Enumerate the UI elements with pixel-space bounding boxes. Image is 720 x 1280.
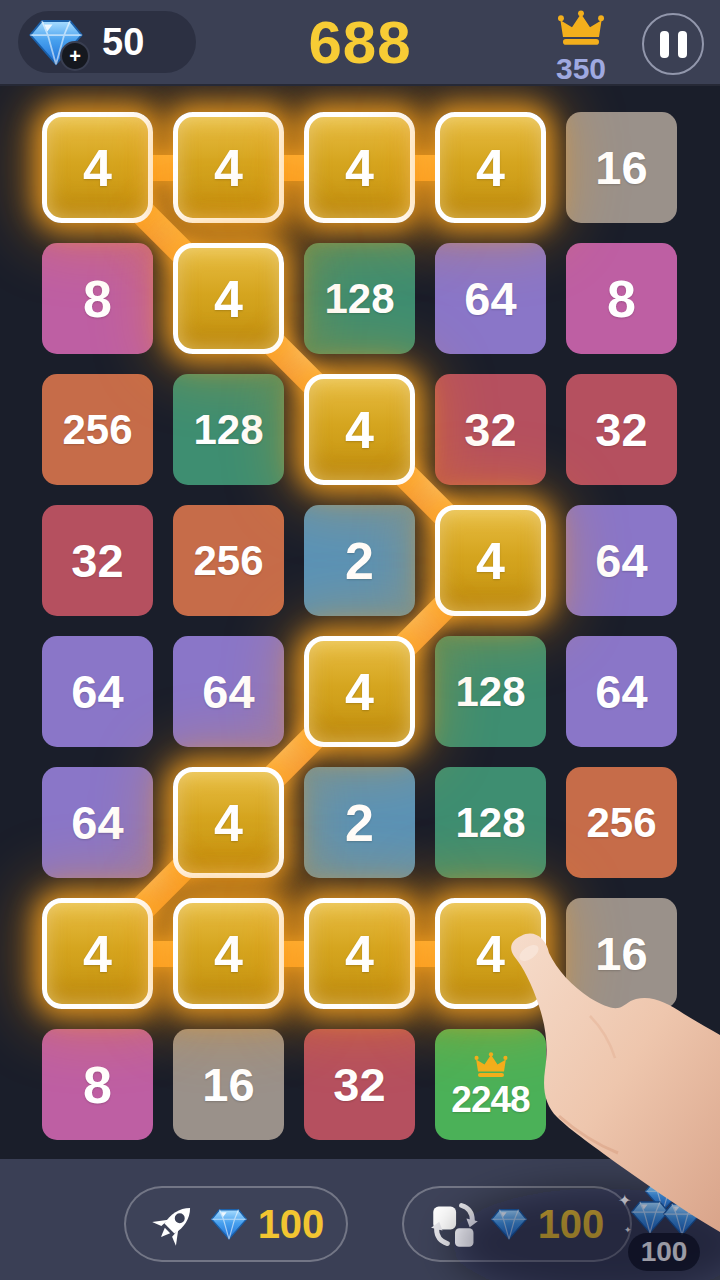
tile-32[interactable]: 32 [435, 374, 546, 485]
tile-value: 4 [476, 142, 505, 194]
crown-score: 350 [534, 10, 628, 86]
tile-4[interactable]: 4 [42, 112, 153, 223]
crown-icon [473, 1052, 509, 1078]
crown-score-value: 350 [534, 52, 628, 86]
tile-value: 64 [464, 275, 516, 322]
tile-value: 64 [202, 668, 254, 715]
swap-icon [430, 1199, 480, 1249]
tile-4[interactable]: 4 [173, 112, 284, 223]
tile-4[interactable]: 4 [304, 636, 415, 747]
tile-32[interactable]: 32 [304, 1029, 415, 1140]
sparkle-icon: ✦ [618, 1191, 631, 1210]
tile-value: 32 [333, 1061, 385, 1108]
tile-value: 16 [202, 1061, 254, 1108]
tile-64[interactable]: 64 [566, 505, 677, 616]
tile-value: 32 [595, 406, 647, 453]
tile-value: 256 [586, 802, 656, 844]
tile-value: 128 [455, 802, 525, 844]
tile-value: 8 [83, 1059, 112, 1111]
tile-value: 8 [607, 273, 636, 325]
tile-32[interactable]: 32 [566, 374, 677, 485]
tile-value: 4 [83, 928, 112, 980]
tile-8[interactable]: 8 [566, 243, 677, 354]
tile-8[interactable]: 8 [42, 1029, 153, 1140]
tile-value: 32 [464, 406, 516, 453]
tile-value: 128 [455, 671, 525, 713]
crown-icon [555, 10, 607, 46]
tile-64[interactable]: 64 [173, 636, 284, 747]
tile-128[interactable]: 128 [435, 636, 546, 747]
tile-value: 32 [71, 537, 123, 584]
tile-value: 4 [214, 273, 243, 325]
tile-64[interactable]: 64 [435, 243, 546, 354]
tile-4[interactable]: 4 [304, 898, 415, 1009]
tile-4[interactable]: 4 [435, 112, 546, 223]
tile-16[interactable]: 16 [173, 1029, 284, 1140]
tile-value: 4 [214, 928, 243, 980]
tile-16[interactable]: 16 [566, 898, 677, 1009]
rocket-icon [148, 1198, 200, 1250]
tile-value: 4 [345, 666, 374, 718]
tile-128[interactable]: 128 [173, 374, 284, 485]
tile-256[interactable]: 256 [42, 374, 153, 485]
tile-value: 2248 [451, 1081, 529, 1118]
tile-value: 64 [595, 537, 647, 584]
tile-4[interactable]: 4 [42, 898, 153, 1009]
gem-icon [662, 1201, 702, 1237]
swap-booster-button[interactable]: 100 [402, 1186, 632, 1262]
tile-128[interactable]: 128 [304, 243, 415, 354]
tile-4[interactable]: 4 [173, 767, 284, 878]
tile-4[interactable]: 4 [304, 374, 415, 485]
tile-value: 256 [193, 540, 263, 582]
tile-value: 2 [345, 797, 374, 849]
tile-value: 4 [214, 142, 243, 194]
tile-value: 16 [595, 144, 647, 191]
tile-value: 64 [71, 668, 123, 715]
tile-32[interactable]: 32 [42, 505, 153, 616]
tile-value: 128 [324, 278, 394, 320]
tile-128[interactable]: 128 [435, 767, 546, 878]
gem-pack-button[interactable]: ✦ ✦ 100 [618, 1167, 720, 1279]
tile-2[interactable]: 2 [304, 767, 415, 878]
tile-2248[interactable]: 2248 [435, 1029, 546, 1140]
tile-value: 4 [345, 928, 374, 980]
bottom-bar: 100 100 ✦ ✦ 100 [0, 1159, 720, 1280]
rocket-cost: 100 [258, 1202, 325, 1247]
tile-value: 8 [83, 273, 112, 325]
tile-value: 4 [83, 142, 112, 194]
swap-cost: 100 [538, 1202, 605, 1247]
tile-value: 4 [214, 797, 243, 849]
tile-value: 16 [595, 930, 647, 977]
tile-value: 64 [595, 668, 647, 715]
tile-value: 4 [345, 142, 374, 194]
tile-8[interactable]: 8 [42, 243, 153, 354]
tile-4[interactable]: 4 [435, 505, 546, 616]
pause-button[interactable] [642, 13, 704, 75]
tile-value: 2 [345, 535, 374, 587]
pause-icon [660, 31, 669, 58]
tile-value: 4 [345, 404, 374, 456]
tile-256[interactable]: 256 [566, 767, 677, 878]
tile-value: 64 [71, 799, 123, 846]
tile-value: 256 [62, 409, 132, 451]
tile-16[interactable]: 16 [566, 112, 677, 223]
board: 4444168412864825612843232322562464646441… [0, 0, 720, 1280]
tile-value: 128 [193, 409, 263, 451]
rocket-booster-button[interactable]: 100 [124, 1186, 348, 1262]
tile-256[interactable]: 256 [173, 505, 284, 616]
tile-4[interactable]: 4 [173, 243, 284, 354]
tile-64[interactable]: 64 [42, 636, 153, 747]
tile-4[interactable]: 4 [435, 898, 546, 1009]
tile-value: 4 [476, 928, 505, 980]
gem-icon [210, 1207, 248, 1241]
gem-pack-count: 100 [628, 1233, 700, 1271]
tile-64[interactable]: 64 [566, 636, 677, 747]
tile-4[interactable]: 4 [173, 898, 284, 1009]
tile-64[interactable]: 64 [42, 767, 153, 878]
tile-2[interactable]: 2 [304, 505, 415, 616]
gem-icon [490, 1207, 528, 1241]
tile-value: 4 [476, 535, 505, 587]
game-screen: + 50 688 350 444416841286482561284323232… [0, 0, 720, 1280]
sparkle-icon: ✦ [624, 1225, 632, 1235]
top-bar: + 50 688 350 [0, 0, 720, 86]
tile-4[interactable]: 4 [304, 112, 415, 223]
